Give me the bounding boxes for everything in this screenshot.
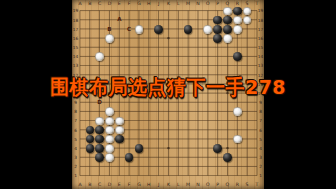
coordinate-label: 16 — [73, 34, 79, 43]
go-puzzle-screenshot: ABCDEFGHJKLMNOPQRST ABCDEFGHJKLMNOPQRST … — [0, 0, 336, 189]
coordinate-label: 5 — [73, 135, 79, 144]
black-stone — [86, 144, 95, 153]
white-stone — [105, 144, 114, 153]
coordinate-label: T — [252, 183, 262, 188]
coordinate-label: Q — [223, 183, 233, 188]
coordinate-label: F — [124, 2, 134, 7]
coordinate-label: H — [144, 2, 154, 7]
coordinate-label: 7 — [258, 116, 264, 125]
white-stone — [233, 135, 242, 144]
candidate-point-c[interactable]: C — [127, 27, 131, 33]
coordinate-label: S — [242, 2, 252, 7]
coordinate-label: 1 — [258, 171, 264, 180]
coordinate-label: 2 — [73, 162, 79, 171]
coordinate-label: O — [203, 2, 213, 7]
black-stone — [213, 144, 222, 153]
black-stone — [135, 144, 144, 153]
coordinate-label: P — [213, 2, 223, 7]
coordinate-label: 14 — [258, 52, 264, 61]
coordinate-label: T — [252, 2, 262, 7]
white-stone — [135, 25, 144, 34]
black-stone — [154, 25, 163, 34]
coordinate-label: 3 — [258, 153, 264, 162]
coordinate-label: E — [114, 2, 124, 7]
coordinate-label: D — [105, 183, 115, 188]
candidate-point-a[interactable]: A — [117, 17, 121, 23]
white-stone — [115, 126, 124, 135]
black-stone — [95, 153, 104, 162]
white-stone — [223, 34, 232, 43]
black-stone — [233, 52, 242, 61]
column-labels-bottom: ABCDEFGHJKLMNOPQRST — [75, 183, 262, 188]
coordinate-label: 16 — [258, 34, 264, 43]
coordinate-label: B — [85, 183, 95, 188]
coordinate-label: A — [75, 183, 85, 188]
coordinate-label: H — [144, 183, 154, 188]
white-stone — [233, 16, 242, 25]
coordinate-label: 19 — [73, 6, 79, 15]
coordinate-label: J — [154, 183, 164, 188]
black-stone — [223, 16, 232, 25]
coordinate-label: E — [114, 183, 124, 188]
coordinate-label: C — [95, 2, 105, 7]
coordinate-label: R — [232, 2, 242, 7]
coordinate-label: N — [193, 2, 203, 7]
coordinate-label: 17 — [258, 25, 264, 34]
coordinate-label: 19 — [258, 6, 264, 15]
black-stone — [184, 25, 193, 34]
black-stone — [213, 34, 222, 43]
coordinate-label: 18 — [73, 16, 79, 25]
coordinate-label: 4 — [73, 144, 79, 153]
coordinate-label: L — [173, 2, 183, 7]
coordinate-label: K — [164, 2, 174, 7]
coordinate-label: 8 — [258, 107, 264, 116]
coordinate-label: K — [164, 183, 174, 188]
black-stone — [86, 126, 95, 135]
coordinate-label: 1 — [73, 171, 79, 180]
coordinate-label: D — [105, 2, 115, 7]
coordinate-label: 17 — [73, 25, 79, 34]
white-stone — [115, 117, 124, 126]
coordinate-label: M — [183, 183, 193, 188]
white-stone — [95, 117, 104, 126]
white-stone — [105, 135, 114, 144]
black-stone — [233, 7, 242, 16]
black-stone — [95, 126, 104, 135]
coordinate-label: 2 — [258, 162, 264, 171]
coordinate-label: G — [134, 2, 144, 7]
black-stone — [223, 153, 232, 162]
black-stone — [86, 135, 95, 144]
title-banner: 围棋布局选点猜下一手278 — [0, 74, 336, 101]
coordinate-label: 15 — [258, 43, 264, 52]
coordinate-label: 3 — [73, 153, 79, 162]
coordinate-label: 4 — [258, 144, 264, 153]
black-stone — [115, 135, 124, 144]
coordinate-label: 5 — [258, 135, 264, 144]
white-stone — [105, 126, 114, 135]
coordinate-label: M — [183, 2, 193, 7]
white-stone — [233, 107, 242, 116]
coordinate-label: L — [173, 183, 183, 188]
coordinate-label: J — [154, 2, 164, 7]
coordinate-label: O — [203, 183, 213, 188]
coordinate-label: B — [85, 2, 95, 7]
coordinate-label: S — [242, 183, 252, 188]
coordinate-label: 6 — [258, 125, 264, 134]
white-stone — [105, 153, 114, 162]
coordinate-label: 13 — [73, 61, 79, 70]
white-stone — [243, 16, 252, 25]
black-stone — [95, 135, 104, 144]
coordinate-label: 18 — [258, 16, 264, 25]
coordinate-label: Q — [223, 2, 233, 7]
black-stone — [213, 25, 222, 34]
coordinate-label: 8 — [73, 107, 79, 116]
coordinate-label: 15 — [73, 43, 79, 52]
white-stone — [105, 117, 114, 126]
white-stone — [243, 7, 252, 16]
coordinate-label: G — [134, 183, 144, 188]
white-stone — [223, 7, 232, 16]
coordinate-label: P — [213, 183, 223, 188]
black-stone — [125, 153, 134, 162]
black-stone — [213, 16, 222, 25]
coordinate-label: 13 — [258, 61, 264, 70]
coordinate-label: A — [75, 2, 85, 7]
black-stone — [223, 25, 232, 34]
column-labels-top: ABCDEFGHJKLMNOPQRST — [75, 2, 262, 7]
white-stone — [203, 25, 212, 34]
coordinate-label: C — [95, 183, 105, 188]
coordinate-label: R — [232, 183, 242, 188]
white-stone — [95, 52, 104, 61]
white-stone — [105, 107, 114, 116]
coordinate-label: 14 — [73, 52, 79, 61]
coordinate-label: 7 — [73, 116, 79, 125]
coordinate-label: 6 — [73, 125, 79, 134]
white-stone — [105, 34, 114, 43]
white-stone — [233, 25, 242, 34]
candidate-point-b[interactable]: B — [107, 27, 111, 33]
coordinate-label: N — [193, 183, 203, 188]
black-stone — [95, 144, 104, 153]
coordinate-label: F — [124, 183, 134, 188]
